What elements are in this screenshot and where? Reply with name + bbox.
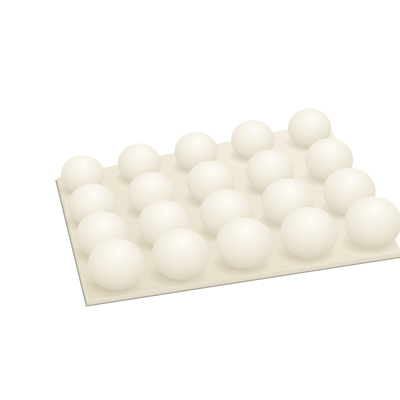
bumper-dome xyxy=(280,207,338,259)
bumper-pad-sheet-illustration xyxy=(40,16,400,400)
bumper-dome xyxy=(88,239,146,291)
product-photo: Sheet of 20 white self-adhesive hemisphe… xyxy=(40,16,400,400)
bumper-dome xyxy=(216,218,274,270)
bumper-dome xyxy=(344,196,400,248)
bumper-dome xyxy=(152,228,210,280)
